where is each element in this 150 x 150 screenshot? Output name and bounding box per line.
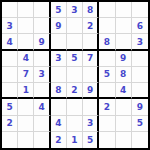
sudoku-cell-empty-r2c7[interactable] bbox=[99, 18, 115, 34]
sudoku-cell-given-r2c1[interactable]: 3 bbox=[2, 18, 18, 34]
sudoku-cell-empty-r3c6[interactable] bbox=[83, 34, 99, 50]
sudoku-cell-given-r9c4[interactable]: 2 bbox=[51, 132, 67, 148]
sudoku-cell-given-r7c3[interactable]: 4 bbox=[34, 99, 50, 115]
sudoku-cell-given-r6c8[interactable]: 4 bbox=[116, 83, 132, 99]
sudoku-cell-empty-r8c3[interactable] bbox=[34, 116, 50, 132]
sudoku-cell-empty-r3c2[interactable] bbox=[18, 34, 34, 50]
sudoku-cell-empty-r8c7[interactable] bbox=[99, 116, 115, 132]
sudoku-cell-given-r1c4[interactable]: 5 bbox=[51, 2, 67, 18]
sudoku-cell-empty-r1c3[interactable] bbox=[34, 2, 50, 18]
sudoku-cell-empty-r5c5[interactable] bbox=[67, 67, 83, 83]
sudoku-cell-empty-r7c8[interactable] bbox=[116, 99, 132, 115]
sudoku-cell-empty-r3c4[interactable] bbox=[51, 34, 67, 50]
sudoku-cell-given-r5c2[interactable]: 7 bbox=[18, 67, 34, 83]
sudoku-cell-empty-r5c9[interactable] bbox=[132, 67, 148, 83]
sudoku-cell-empty-r1c8[interactable] bbox=[116, 2, 132, 18]
sudoku-cell-given-r6c2[interactable]: 1 bbox=[18, 83, 34, 99]
sudoku-cell-given-r7c1[interactable]: 5 bbox=[2, 99, 18, 115]
sudoku-cell-given-r7c7[interactable]: 2 bbox=[99, 99, 115, 115]
sudoku-cell-empty-r2c5[interactable] bbox=[67, 18, 83, 34]
sudoku-cell-given-r4c2[interactable]: 4 bbox=[18, 51, 34, 67]
sudoku-cell-empty-r2c8[interactable] bbox=[116, 18, 132, 34]
sudoku-cell-empty-r9c9[interactable] bbox=[132, 132, 148, 148]
sudoku-cell-empty-r5c4[interactable] bbox=[51, 67, 67, 83]
sudoku-cell-empty-r9c8[interactable] bbox=[116, 132, 132, 148]
sudoku-cell-empty-r1c1[interactable] bbox=[2, 2, 18, 18]
sudoku-cell-empty-r7c2[interactable] bbox=[18, 99, 34, 115]
sudoku-cell-empty-r4c7[interactable] bbox=[99, 51, 115, 67]
sudoku-board: 538392649834357973581829454292435215 bbox=[0, 0, 150, 150]
sudoku-cell-given-r4c4[interactable]: 3 bbox=[51, 51, 67, 67]
sudoku-cell-empty-r9c3[interactable] bbox=[34, 132, 50, 148]
sudoku-cell-given-r2c6[interactable]: 2 bbox=[83, 18, 99, 34]
sudoku-cell-empty-r6c3[interactable] bbox=[34, 83, 50, 99]
sudoku-cell-given-r6c4[interactable]: 8 bbox=[51, 83, 67, 99]
sudoku-cell-empty-r9c2[interactable] bbox=[18, 132, 34, 148]
sudoku-cell-empty-r2c3[interactable] bbox=[34, 18, 50, 34]
sudoku-cell-given-r2c4[interactable]: 9 bbox=[51, 18, 67, 34]
sudoku-cell-given-r5c3[interactable]: 3 bbox=[34, 67, 50, 83]
sudoku-cell-given-r2c9[interactable]: 6 bbox=[132, 18, 148, 34]
sudoku-cell-given-r4c6[interactable]: 7 bbox=[83, 51, 99, 67]
sudoku-cell-empty-r6c9[interactable] bbox=[132, 83, 148, 99]
sudoku-cell-given-r4c8[interactable]: 9 bbox=[116, 51, 132, 67]
sudoku-cell-given-r3c7[interactable]: 8 bbox=[99, 34, 115, 50]
sudoku-cell-given-r8c1[interactable]: 2 bbox=[2, 116, 18, 132]
sudoku-cell-empty-r9c1[interactable] bbox=[2, 132, 18, 148]
sudoku-cell-given-r5c7[interactable]: 5 bbox=[99, 67, 115, 83]
sudoku-cell-empty-r2c2[interactable] bbox=[18, 18, 34, 34]
sudoku-cell-given-r3c3[interactable]: 9 bbox=[34, 34, 50, 50]
sudoku-cell-given-r5c8[interactable]: 8 bbox=[116, 67, 132, 83]
sudoku-cell-empty-r3c5[interactable] bbox=[67, 34, 83, 50]
sudoku-cell-given-r8c6[interactable]: 3 bbox=[83, 116, 99, 132]
sudoku-cell-empty-r7c5[interactable] bbox=[67, 99, 83, 115]
sudoku-cell-empty-r8c8[interactable] bbox=[116, 116, 132, 132]
sudoku-cell-given-r1c6[interactable]: 8 bbox=[83, 2, 99, 18]
sudoku-cell-given-r7c9[interactable]: 9 bbox=[132, 99, 148, 115]
sudoku-cell-empty-r6c1[interactable] bbox=[2, 83, 18, 99]
sudoku-cell-given-r6c5[interactable]: 2 bbox=[67, 83, 83, 99]
sudoku-cell-empty-r4c9[interactable] bbox=[132, 51, 148, 67]
sudoku-cell-empty-r4c1[interactable] bbox=[2, 51, 18, 67]
sudoku-cell-empty-r7c6[interactable] bbox=[83, 99, 99, 115]
sudoku-cell-empty-r6c7[interactable] bbox=[99, 83, 115, 99]
sudoku-cell-given-r9c5[interactable]: 1 bbox=[67, 132, 83, 148]
sudoku-cell-empty-r1c9[interactable] bbox=[132, 2, 148, 18]
sudoku-cell-given-r4c5[interactable]: 5 bbox=[67, 51, 83, 67]
sudoku-cell-empty-r4c3[interactable] bbox=[34, 51, 50, 67]
sudoku-cell-given-r8c9[interactable]: 5 bbox=[132, 116, 148, 132]
sudoku-cell-empty-r5c1[interactable] bbox=[2, 67, 18, 83]
sudoku-cell-given-r1c5[interactable]: 3 bbox=[67, 2, 83, 18]
sudoku-cell-given-r8c4[interactable]: 4 bbox=[51, 116, 67, 132]
sudoku-cell-empty-r9c7[interactable] bbox=[99, 132, 115, 148]
sudoku-cell-given-r3c9[interactable]: 3 bbox=[132, 34, 148, 50]
sudoku-cell-empty-r8c5[interactable] bbox=[67, 116, 83, 132]
sudoku-cell-given-r3c1[interactable]: 4 bbox=[2, 34, 18, 50]
sudoku-cell-given-r9c6[interactable]: 5 bbox=[83, 132, 99, 148]
sudoku-cell-given-r6c6[interactable]: 9 bbox=[83, 83, 99, 99]
sudoku-cell-empty-r1c2[interactable] bbox=[18, 2, 34, 18]
sudoku-cell-empty-r1c7[interactable] bbox=[99, 2, 115, 18]
sudoku-cell-empty-r7c4[interactable] bbox=[51, 99, 67, 115]
sudoku-cell-empty-r3c8[interactable] bbox=[116, 34, 132, 50]
sudoku-cell-empty-r5c6[interactable] bbox=[83, 67, 99, 83]
sudoku-cell-empty-r8c2[interactable] bbox=[18, 116, 34, 132]
